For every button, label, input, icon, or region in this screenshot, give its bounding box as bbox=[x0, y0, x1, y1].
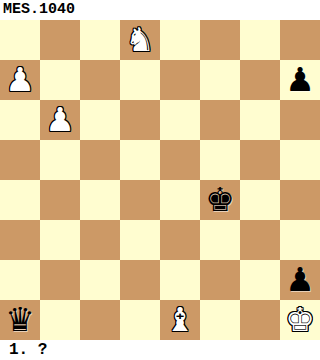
square-b3[interactable] bbox=[40, 220, 80, 260]
chess-board: ♞♟♟♟♚♟♛♝♚ bbox=[0, 20, 320, 340]
square-g5[interactable] bbox=[240, 140, 280, 180]
square-a3[interactable] bbox=[0, 220, 40, 260]
square-d1[interactable] bbox=[120, 300, 160, 340]
square-a5[interactable] bbox=[0, 140, 40, 180]
square-h7[interactable]: ♟ bbox=[280, 60, 320, 100]
square-d7[interactable] bbox=[120, 60, 160, 100]
square-h2[interactable]: ♟ bbox=[280, 260, 320, 300]
square-a8[interactable] bbox=[0, 20, 40, 60]
square-f5[interactable] bbox=[200, 140, 240, 180]
square-g1[interactable] bbox=[240, 300, 280, 340]
square-b4[interactable] bbox=[40, 180, 80, 220]
square-h4[interactable] bbox=[280, 180, 320, 220]
square-d8[interactable]: ♞ bbox=[120, 20, 160, 60]
square-c2[interactable] bbox=[80, 260, 120, 300]
square-b5[interactable] bbox=[40, 140, 80, 180]
square-h1[interactable]: ♚ bbox=[280, 300, 320, 340]
piece-white-king: ♚ bbox=[285, 300, 315, 340]
square-c5[interactable] bbox=[80, 140, 120, 180]
square-e5[interactable] bbox=[160, 140, 200, 180]
square-d6[interactable] bbox=[120, 100, 160, 140]
square-e7[interactable] bbox=[160, 60, 200, 100]
piece-black-king: ♚ bbox=[205, 180, 235, 220]
piece-white-pawn: ♟ bbox=[5, 60, 35, 100]
square-g7[interactable] bbox=[240, 60, 280, 100]
square-e8[interactable] bbox=[160, 20, 200, 60]
piece-black-pawn: ♟ bbox=[285, 60, 315, 100]
square-f2[interactable] bbox=[200, 260, 240, 300]
square-h6[interactable] bbox=[280, 100, 320, 140]
square-b6[interactable]: ♟ bbox=[40, 100, 80, 140]
piece-white-pawn: ♟ bbox=[45, 100, 75, 140]
square-e1[interactable]: ♝ bbox=[160, 300, 200, 340]
square-f3[interactable] bbox=[200, 220, 240, 260]
square-f4[interactable]: ♚ bbox=[200, 180, 240, 220]
piece-white-bishop: ♝ bbox=[165, 300, 195, 340]
square-b2[interactable] bbox=[40, 260, 80, 300]
square-a4[interactable] bbox=[0, 180, 40, 220]
move-prompt: 1. ? bbox=[0, 340, 320, 360]
piece-black-queen: ♛ bbox=[5, 300, 35, 340]
square-g4[interactable] bbox=[240, 180, 280, 220]
square-h3[interactable] bbox=[280, 220, 320, 260]
square-e4[interactable] bbox=[160, 180, 200, 220]
square-g3[interactable] bbox=[240, 220, 280, 260]
square-f7[interactable] bbox=[200, 60, 240, 100]
square-f1[interactable] bbox=[200, 300, 240, 340]
piece-black-pawn: ♟ bbox=[285, 260, 315, 300]
square-a6[interactable] bbox=[0, 100, 40, 140]
square-b7[interactable] bbox=[40, 60, 80, 100]
square-c6[interactable] bbox=[80, 100, 120, 140]
square-c3[interactable] bbox=[80, 220, 120, 260]
square-d3[interactable] bbox=[120, 220, 160, 260]
square-g2[interactable] bbox=[240, 260, 280, 300]
square-b8[interactable] bbox=[40, 20, 80, 60]
puzzle-id-label: MES.1040 bbox=[0, 0, 320, 20]
square-h5[interactable] bbox=[280, 140, 320, 180]
square-d4[interactable] bbox=[120, 180, 160, 220]
square-f8[interactable] bbox=[200, 20, 240, 60]
square-a2[interactable] bbox=[0, 260, 40, 300]
square-e6[interactable] bbox=[160, 100, 200, 140]
square-e2[interactable] bbox=[160, 260, 200, 300]
square-a1[interactable]: ♛ bbox=[0, 300, 40, 340]
square-e3[interactable] bbox=[160, 220, 200, 260]
square-c1[interactable] bbox=[80, 300, 120, 340]
square-c8[interactable] bbox=[80, 20, 120, 60]
square-d5[interactable] bbox=[120, 140, 160, 180]
square-b1[interactable] bbox=[40, 300, 80, 340]
piece-white-knight: ♞ bbox=[125, 20, 155, 60]
square-d2[interactable] bbox=[120, 260, 160, 300]
square-a7[interactable]: ♟ bbox=[0, 60, 40, 100]
square-c7[interactable] bbox=[80, 60, 120, 100]
square-c4[interactable] bbox=[80, 180, 120, 220]
square-f6[interactable] bbox=[200, 100, 240, 140]
chess-diagram: MES.1040 ♞♟♟♟♚♟♛♝♚ 1. ? bbox=[0, 0, 320, 360]
square-g8[interactable] bbox=[240, 20, 280, 60]
square-g6[interactable] bbox=[240, 100, 280, 140]
square-h8[interactable] bbox=[280, 20, 320, 60]
